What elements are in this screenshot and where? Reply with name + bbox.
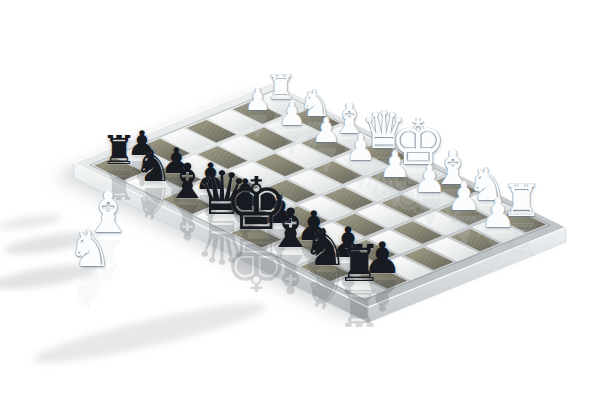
white-pawn-g2: ♟ [447,178,481,216]
white-pawn-h2: ♟ [480,193,515,233]
white-pawn-c2: ♟ [312,115,342,148]
black-rook-h8: ♜ [337,239,383,290]
white-pawn-b2: ♟ [278,100,306,132]
crystal-chess-set-photo: ♜♜♟♟♞♞♟♟♝♝♟♟♛♛♟♟♟♟♜♜♚♚♟♟♟♟♞♞♝♝♟♟♟♟♝♝♞♞♟♟… [0,0,600,399]
black-rook-a8: ♜ [101,131,137,171]
pieces-layer: ♜♜♟♟♞♞♟♟♝♝♟♟♛♛♟♟♟♟♜♜♚♚♟♟♟♟♞♞♝♝♟♟♟♟♝♝♞♞♟♟… [0,0,600,399]
white-pawn-d2: ♟ [345,131,376,165]
white-pawn-f2: ♟ [413,162,446,199]
white-pawn-a2: ♟ [244,84,271,114]
offboard-white-knight: ♞ [68,224,113,274]
white-pawn-e2: ♟ [379,147,411,183]
